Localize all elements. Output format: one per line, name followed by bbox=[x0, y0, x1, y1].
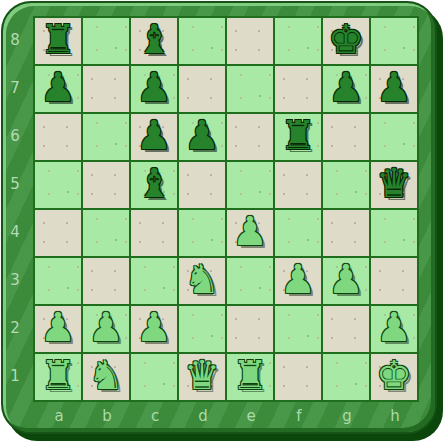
square-d4[interactable] bbox=[179, 210, 225, 256]
square-a5[interactable] bbox=[35, 162, 81, 208]
square-f2[interactable] bbox=[275, 306, 321, 352]
square-e3[interactable] bbox=[227, 258, 273, 304]
square-b8[interactable] bbox=[83, 18, 129, 64]
square-g5[interactable] bbox=[323, 162, 369, 208]
square-c7[interactable]: ♟ bbox=[131, 66, 177, 112]
square-a8[interactable]: ♜ bbox=[35, 18, 81, 64]
square-b7[interactable] bbox=[83, 66, 129, 112]
piece-white-pawn[interactable]: ♟ bbox=[232, 209, 268, 253]
piece-black-bishop[interactable]: ♝ bbox=[136, 161, 172, 205]
square-c8[interactable]: ♝ bbox=[131, 18, 177, 64]
piece-black-bishop[interactable]: ♝ bbox=[136, 17, 172, 61]
square-f1[interactable] bbox=[275, 354, 321, 400]
square-f6[interactable]: ♜ bbox=[275, 114, 321, 160]
square-f7[interactable] bbox=[275, 66, 321, 112]
rank-label-2: 2 bbox=[0, 304, 30, 352]
piece-white-pawn[interactable]: ♟ bbox=[88, 305, 124, 349]
piece-black-queen[interactable]: ♛ bbox=[376, 161, 412, 205]
square-g1[interactable] bbox=[323, 354, 369, 400]
file-label-g: g bbox=[323, 402, 371, 430]
rank-label-6: 6 bbox=[0, 112, 30, 160]
piece-white-pawn[interactable]: ♟ bbox=[376, 305, 412, 349]
square-a7[interactable]: ♟ bbox=[35, 66, 81, 112]
square-g6[interactable] bbox=[323, 114, 369, 160]
square-a3[interactable] bbox=[35, 258, 81, 304]
rank-label-8: 8 bbox=[0, 16, 30, 64]
chess-app-window: ♜♝♚♟♟♟♟♟♟♜♝♛♟♞♟♟♟♟♟♟♜♞♛♜♚ 87654321 abcde… bbox=[0, 0, 444, 442]
square-e4[interactable]: ♟ bbox=[227, 210, 273, 256]
square-c5[interactable]: ♝ bbox=[131, 162, 177, 208]
square-c4[interactable] bbox=[131, 210, 177, 256]
rank-label-5: 5 bbox=[0, 160, 30, 208]
square-b6[interactable] bbox=[83, 114, 129, 160]
square-d8[interactable] bbox=[179, 18, 225, 64]
square-c2[interactable]: ♟ bbox=[131, 306, 177, 352]
square-h5[interactable]: ♛ bbox=[371, 162, 417, 208]
square-h4[interactable] bbox=[371, 210, 417, 256]
piece-black-king[interactable]: ♚ bbox=[328, 17, 364, 61]
square-d6[interactable]: ♟ bbox=[179, 114, 225, 160]
square-c3[interactable] bbox=[131, 258, 177, 304]
square-h2[interactable]: ♟ bbox=[371, 306, 417, 352]
square-b3[interactable] bbox=[83, 258, 129, 304]
piece-black-pawn[interactable]: ♟ bbox=[376, 65, 412, 109]
piece-white-pawn[interactable]: ♟ bbox=[328, 257, 364, 301]
file-label-b: b bbox=[83, 402, 131, 430]
piece-black-pawn[interactable]: ♟ bbox=[136, 113, 172, 157]
square-e7[interactable] bbox=[227, 66, 273, 112]
piece-white-knight[interactable]: ♞ bbox=[184, 257, 220, 301]
piece-white-pawn[interactable]: ♟ bbox=[280, 257, 316, 301]
square-h7[interactable]: ♟ bbox=[371, 66, 417, 112]
square-h3[interactable] bbox=[371, 258, 417, 304]
piece-white-queen[interactable]: ♛ bbox=[184, 353, 220, 397]
file-label-f: f bbox=[275, 402, 323, 430]
square-b4[interactable] bbox=[83, 210, 129, 256]
square-e6[interactable] bbox=[227, 114, 273, 160]
piece-black-rook[interactable]: ♜ bbox=[40, 17, 76, 61]
piece-white-pawn[interactable]: ♟ bbox=[136, 305, 172, 349]
square-d2[interactable] bbox=[179, 306, 225, 352]
piece-black-pawn[interactable]: ♟ bbox=[328, 65, 364, 109]
piece-black-rook[interactable]: ♜ bbox=[280, 113, 316, 157]
square-d5[interactable] bbox=[179, 162, 225, 208]
file-label-a: a bbox=[35, 402, 83, 430]
square-g3[interactable]: ♟ bbox=[323, 258, 369, 304]
square-a4[interactable] bbox=[35, 210, 81, 256]
rank-label-7: 7 bbox=[0, 64, 30, 112]
piece-black-pawn[interactable]: ♟ bbox=[40, 65, 76, 109]
square-b5[interactable] bbox=[83, 162, 129, 208]
square-f3[interactable]: ♟ bbox=[275, 258, 321, 304]
square-h8[interactable] bbox=[371, 18, 417, 64]
square-c6[interactable]: ♟ bbox=[131, 114, 177, 160]
square-d7[interactable] bbox=[179, 66, 225, 112]
rank-label-4: 4 bbox=[0, 208, 30, 256]
piece-black-pawn[interactable]: ♟ bbox=[136, 65, 172, 109]
piece-white-pawn[interactable]: ♟ bbox=[40, 305, 76, 349]
square-e2[interactable] bbox=[227, 306, 273, 352]
square-a6[interactable] bbox=[35, 114, 81, 160]
square-c1[interactable] bbox=[131, 354, 177, 400]
file-label-c: c bbox=[131, 402, 179, 430]
file-label-h: h bbox=[371, 402, 419, 430]
square-h6[interactable] bbox=[371, 114, 417, 160]
square-f8[interactable] bbox=[275, 18, 321, 64]
piece-white-rook[interactable]: ♜ bbox=[40, 353, 76, 397]
square-e5[interactable] bbox=[227, 162, 273, 208]
piece-white-knight[interactable]: ♞ bbox=[88, 353, 124, 397]
rank-label-3: 3 bbox=[0, 256, 30, 304]
square-g7[interactable]: ♟ bbox=[323, 66, 369, 112]
square-g8[interactable]: ♚ bbox=[323, 18, 369, 64]
piece-black-pawn[interactable]: ♟ bbox=[184, 113, 220, 157]
file-label-e: e bbox=[227, 402, 275, 430]
square-f4[interactable] bbox=[275, 210, 321, 256]
square-a1[interactable]: ♜ bbox=[35, 354, 81, 400]
chess-board[interactable]: ♜♝♚♟♟♟♟♟♟♜♝♛♟♞♟♟♟♟♟♟♜♞♛♜♚ bbox=[33, 16, 419, 402]
square-a2[interactable]: ♟ bbox=[35, 306, 81, 352]
piece-white-king[interactable]: ♚ bbox=[376, 353, 412, 397]
square-d3[interactable]: ♞ bbox=[179, 258, 225, 304]
piece-white-rook[interactable]: ♜ bbox=[232, 353, 268, 397]
square-b2[interactable]: ♟ bbox=[83, 306, 129, 352]
square-f5[interactable] bbox=[275, 162, 321, 208]
square-d1[interactable]: ♛ bbox=[179, 354, 225, 400]
rank-label-1: 1 bbox=[0, 352, 30, 400]
square-e1[interactable]: ♜ bbox=[227, 354, 273, 400]
square-b1[interactable]: ♞ bbox=[83, 354, 129, 400]
square-e8[interactable] bbox=[227, 18, 273, 64]
square-h1[interactable]: ♚ bbox=[371, 354, 417, 400]
file-label-d: d bbox=[179, 402, 227, 430]
square-g2[interactable] bbox=[323, 306, 369, 352]
square-g4[interactable] bbox=[323, 210, 369, 256]
